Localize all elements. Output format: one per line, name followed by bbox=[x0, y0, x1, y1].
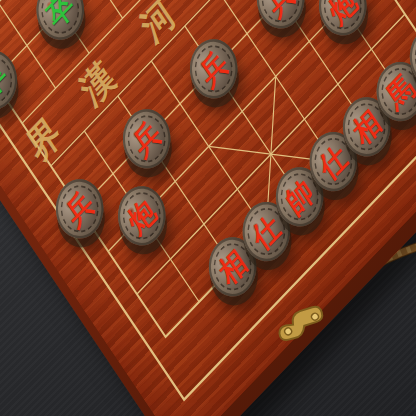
piece-character: 兵 bbox=[262, 0, 298, 21]
piece-character: 卒 bbox=[0, 58, 12, 104]
piece-character: 相 bbox=[348, 104, 384, 150]
photo-scene: 界 漢 河 楚 相仕帥仕相馬車炮炮兵兵兵兵卒卒卒 bbox=[0, 0, 416, 416]
piece-character: 炮 bbox=[324, 0, 360, 29]
xiangqi-board: 界 漢 河 楚 相仕帥仕相馬車炮炮兵兵兵兵卒卒卒 bbox=[0, 0, 416, 416]
piece-character: 仕 bbox=[315, 139, 351, 185]
piece-character: 帥 bbox=[281, 174, 317, 220]
piece-character: 兵 bbox=[61, 186, 97, 232]
piece-character: 仕 bbox=[248, 209, 284, 255]
piece-character: 相 bbox=[214, 244, 250, 290]
piece-character: 馬 bbox=[382, 69, 416, 115]
piece-character: 卒 bbox=[42, 0, 78, 33]
piece-character: 兵 bbox=[195, 46, 231, 92]
piece-character: 炮 bbox=[123, 194, 159, 240]
piece-character: 兵 bbox=[128, 116, 164, 162]
